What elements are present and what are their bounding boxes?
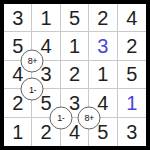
cell-r2c4[interactable]: 3: [89, 32, 117, 60]
cell-r4c1[interactable]: 2: [4, 89, 32, 117]
cell-r1c3[interactable]: 5: [61, 4, 89, 32]
cell-r3c2[interactable]: 3: [32, 61, 60, 89]
cell-r2c3[interactable]: 1: [61, 32, 89, 60]
cell-r4c3[interactable]: 3: [61, 89, 89, 117]
cell-r5c4[interactable]: 5: [89, 118, 117, 146]
cell-r3c5[interactable]: 5: [118, 61, 146, 89]
cell-r2c1[interactable]: 5: [4, 32, 32, 60]
cell-r5c5[interactable]: 3: [118, 118, 146, 146]
cell-r4c4[interactable]: 4: [89, 89, 117, 117]
cell-r4c2[interactable]: 5: [32, 89, 60, 117]
cell-r5c1[interactable]: 1: [4, 118, 32, 146]
cell-r1c5[interactable]: 4: [118, 4, 146, 32]
cell-r3c1[interactable]: 4: [4, 61, 32, 89]
cell-r1c1[interactable]: 3: [4, 4, 32, 32]
cell-r5c2[interactable]: 2: [32, 118, 60, 146]
cell-r2c2[interactable]: 4: [32, 32, 60, 60]
puzzle-grid: 3152454132432152534112453: [4, 4, 146, 146]
cell-r4c5[interactable]: 1: [118, 89, 146, 117]
cell-r1c4[interactable]: 2: [89, 4, 117, 32]
mathrax-board: 3152454132432152534112453 8+1-1-8+: [0, 0, 150, 150]
cell-r1c2[interactable]: 1: [32, 4, 60, 32]
cell-r3c4[interactable]: 1: [89, 61, 117, 89]
cell-r5c3[interactable]: 4: [61, 118, 89, 146]
cell-r2c5[interactable]: 2: [118, 32, 146, 60]
cell-r3c3[interactable]: 2: [61, 61, 89, 89]
